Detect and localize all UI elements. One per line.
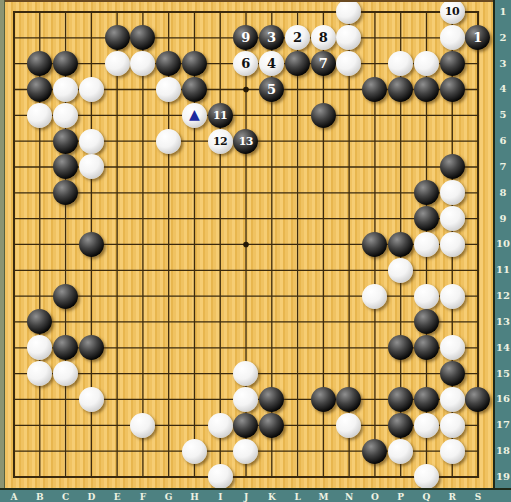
- stone-white-R17[interactable]: [440, 413, 465, 438]
- stone-white-Q19[interactable]: [414, 464, 439, 489]
- col-label-I: I: [212, 492, 228, 502]
- stone-black-R7[interactable]: [440, 154, 465, 179]
- stone-black-M5[interactable]: [311, 103, 336, 128]
- stone-black-Q9[interactable]: [414, 206, 439, 231]
- row-label-10: 10: [495, 238, 511, 249]
- stone-white-E3[interactable]: [105, 51, 130, 76]
- stones-layer: 10932816475▲111213: [1, 0, 491, 490]
- stone-black-K2[interactable]: 3: [259, 25, 284, 50]
- row-label-9: 9: [495, 213, 511, 224]
- stone-black-J6[interactable]: 13: [233, 129, 258, 154]
- stone-white-P3[interactable]: [388, 51, 413, 76]
- row-label-6: 6: [495, 135, 511, 146]
- col-label-N: N: [341, 492, 357, 502]
- row-label-16: 16: [495, 393, 511, 404]
- stone-black-K17[interactable]: [259, 413, 284, 438]
- board-top-edge: [0, 0, 493, 2]
- col-label-B: B: [32, 492, 48, 502]
- stone-black-B13[interactable]: [27, 309, 52, 334]
- stone-black-Q16[interactable]: [414, 387, 439, 412]
- stone-white-M2[interactable]: 8: [311, 25, 336, 50]
- stone-black-L3[interactable]: [285, 51, 310, 76]
- stone-white-Q10[interactable]: [414, 232, 439, 257]
- stone-white-H5[interactable]: ▲: [182, 103, 207, 128]
- stone-black-Q8[interactable]: [414, 180, 439, 205]
- stone-white-I17[interactable]: [208, 413, 233, 438]
- stone-white-P18[interactable]: [388, 439, 413, 464]
- stone-white-K3[interactable]: 4: [259, 51, 284, 76]
- stone-white-R18[interactable]: [440, 439, 465, 464]
- stone-black-D14[interactable]: [79, 335, 104, 360]
- stone-white-D6[interactable]: [79, 129, 104, 154]
- stone-white-J15[interactable]: [233, 361, 258, 386]
- stone-black-R3[interactable]: [440, 51, 465, 76]
- stone-white-B5[interactable]: [27, 103, 52, 128]
- row-label-15: 15: [495, 368, 511, 379]
- stone-black-C3[interactable]: [53, 51, 78, 76]
- stone-white-F17[interactable]: [130, 413, 155, 438]
- stone-white-C4[interactable]: [53, 77, 78, 102]
- stone-white-Q17[interactable]: [414, 413, 439, 438]
- stone-black-H3[interactable]: [182, 51, 207, 76]
- stone-black-M3[interactable]: 7: [311, 51, 336, 76]
- stone-black-M16[interactable]: [311, 387, 336, 412]
- row-label-11: 11: [495, 264, 511, 275]
- row-label-1: 1: [495, 6, 511, 17]
- row-label-4: 4: [495, 83, 511, 94]
- move-number: 11: [213, 110, 227, 121]
- stone-white-R16[interactable]: [440, 387, 465, 412]
- stone-black-B3[interactable]: [27, 51, 52, 76]
- stone-black-K4[interactable]: 5: [259, 77, 284, 102]
- move-number: 1: [473, 31, 482, 44]
- stone-white-O12[interactable]: [362, 284, 387, 309]
- stone-black-O10[interactable]: [362, 232, 387, 257]
- stone-white-N17[interactable]: [336, 413, 361, 438]
- stone-black-G3[interactable]: [156, 51, 181, 76]
- col-label-S: S: [470, 492, 486, 502]
- stone-white-N1[interactable]: [336, 0, 361, 24]
- move-number: 12: [213, 136, 227, 147]
- move-number: 2: [293, 31, 302, 44]
- col-label-P: P: [393, 492, 409, 502]
- col-label-O: O: [367, 492, 383, 502]
- move-number: 6: [241, 57, 250, 70]
- move-number: 9: [241, 31, 250, 44]
- stone-black-P16[interactable]: [388, 387, 413, 412]
- stone-white-C5[interactable]: [53, 103, 78, 128]
- stone-white-G4[interactable]: [156, 77, 181, 102]
- stone-black-P14[interactable]: [388, 335, 413, 360]
- stone-white-R2[interactable]: [440, 25, 465, 50]
- stone-white-B14[interactable]: [27, 335, 52, 360]
- stone-black-B4[interactable]: [27, 77, 52, 102]
- move-number: 10: [445, 6, 459, 17]
- move-number: 13: [239, 136, 253, 147]
- stone-black-Q13[interactable]: [414, 309, 439, 334]
- stone-white-D16[interactable]: [79, 387, 104, 412]
- col-label-C: C: [58, 492, 74, 502]
- go-board[interactable]: 10932816475▲111213: [0, 0, 493, 488]
- stone-black-R4[interactable]: [440, 77, 465, 102]
- row-label-18: 18: [495, 445, 511, 456]
- row-label-13: 13: [495, 316, 511, 327]
- stone-white-L2[interactable]: 2: [285, 25, 310, 50]
- stone-white-H18[interactable]: [182, 439, 207, 464]
- stone-black-P4[interactable]: [388, 77, 413, 102]
- row-label-19: 19: [495, 471, 511, 482]
- stone-black-D10[interactable]: [79, 232, 104, 257]
- col-label-D: D: [83, 492, 99, 502]
- stone-white-G6[interactable]: [156, 129, 181, 154]
- stone-black-C14[interactable]: [53, 335, 78, 360]
- right-coordinate-strip: 12345678910111213141516171819: [493, 0, 511, 502]
- stone-white-R12[interactable]: [440, 284, 465, 309]
- stone-black-O4[interactable]: [362, 77, 387, 102]
- stone-white-I19[interactable]: [208, 464, 233, 489]
- stone-black-J2[interactable]: 9: [233, 25, 258, 50]
- move-number: 3: [267, 31, 276, 44]
- stone-black-C12[interactable]: [53, 284, 78, 309]
- stone-black-E2[interactable]: [105, 25, 130, 50]
- stone-white-J3[interactable]: 6: [233, 51, 258, 76]
- stone-white-B15[interactable]: [27, 361, 52, 386]
- row-label-5: 5: [495, 109, 511, 120]
- stone-white-F3[interactable]: [130, 51, 155, 76]
- row-label-7: 7: [495, 161, 511, 172]
- stone-black-K16[interactable]: [259, 387, 284, 412]
- stone-white-Q12[interactable]: [414, 284, 439, 309]
- row-label-8: 8: [495, 187, 511, 198]
- row-label-17: 17: [495, 419, 511, 430]
- stone-white-R9[interactable]: [440, 206, 465, 231]
- col-label-Q: Q: [418, 492, 434, 502]
- stone-black-Q4[interactable]: [414, 77, 439, 102]
- stone-white-P11[interactable]: [388, 258, 413, 283]
- stone-white-J16[interactable]: [233, 387, 258, 412]
- stone-black-S16[interactable]: [465, 387, 490, 412]
- row-label-14: 14: [495, 342, 511, 353]
- stone-black-H4[interactable]: [182, 77, 207, 102]
- move-number: 8: [319, 31, 328, 44]
- col-label-K: K: [264, 492, 280, 502]
- stone-black-N16[interactable]: [336, 387, 361, 412]
- go-diagram-screenshot: 10932816475▲111213 123456789101112131415…: [0, 0, 511, 502]
- col-label-F: F: [135, 492, 151, 502]
- col-label-M: M: [315, 492, 331, 502]
- col-label-H: H: [186, 492, 202, 502]
- stone-black-C8[interactable]: [53, 180, 78, 205]
- move-number: 5: [267, 83, 276, 96]
- stone-black-O18[interactable]: [362, 439, 387, 464]
- stone-white-R14[interactable]: [440, 335, 465, 360]
- col-label-A: A: [6, 492, 22, 502]
- stone-black-F2[interactable]: [130, 25, 155, 50]
- row-label-2: 2: [495, 32, 511, 43]
- stone-white-I6[interactable]: 12: [208, 129, 233, 154]
- board-left-edge: [0, 0, 5, 488]
- bottom-coordinate-strip: ABCDEFGHIJKLMNOPQRS: [0, 488, 511, 502]
- col-label-R: R: [444, 492, 460, 502]
- stone-black-J17[interactable]: [233, 413, 258, 438]
- stone-white-D7[interactable]: [79, 154, 104, 179]
- stone-white-R8[interactable]: [440, 180, 465, 205]
- col-label-J: J: [238, 492, 254, 502]
- stone-white-N2[interactable]: [336, 25, 361, 50]
- stone-black-S2[interactable]: 1: [465, 25, 490, 50]
- row-label-3: 3: [495, 58, 511, 69]
- stone-white-R1[interactable]: 10: [440, 0, 465, 24]
- stone-white-C15[interactable]: [53, 361, 78, 386]
- stone-white-D4[interactable]: [79, 77, 104, 102]
- move-number: 7: [319, 57, 328, 70]
- stone-black-R15[interactable]: [440, 361, 465, 386]
- stone-black-I5[interactable]: 11: [208, 103, 233, 128]
- stone-black-C6[interactable]: [53, 129, 78, 154]
- stone-white-R10[interactable]: [440, 232, 465, 257]
- row-label-12: 12: [495, 290, 511, 301]
- move-number: 4: [267, 57, 276, 70]
- stone-black-Q14[interactable]: [414, 335, 439, 360]
- col-label-G: G: [161, 492, 177, 502]
- stone-black-C7[interactable]: [53, 154, 78, 179]
- stone-white-Q3[interactable]: [414, 51, 439, 76]
- stone-black-P17[interactable]: [388, 413, 413, 438]
- col-label-E: E: [109, 492, 125, 502]
- stone-black-P10[interactable]: [388, 232, 413, 257]
- stone-white-N3[interactable]: [336, 51, 361, 76]
- triangle-marker: ▲: [189, 107, 200, 121]
- stone-white-J18[interactable]: [233, 439, 258, 464]
- col-label-L: L: [290, 492, 306, 502]
